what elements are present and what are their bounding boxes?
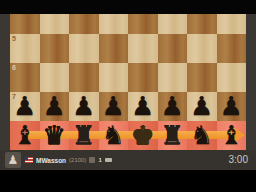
square-e4[interactable]	[99, 14, 129, 34]
black-pawn-piece[interactable]: ♟	[99, 92, 129, 121]
black-pawn-piece[interactable]: ♟	[187, 92, 217, 121]
player-bar: ♟ MWasson (2100) 1 3:00	[0, 150, 256, 170]
black-pawn-piece[interactable]: ♟	[69, 92, 99, 121]
flag-icon	[25, 157, 33, 163]
square-h6[interactable]: 6	[10, 63, 40, 92]
square-f6[interactable]	[69, 63, 99, 92]
square-c8[interactable]: ♜	[158, 121, 188, 150]
badge-count: 1	[98, 157, 101, 163]
square-f4[interactable]	[69, 14, 99, 34]
player-name[interactable]: MWasson	[36, 157, 66, 164]
video-frame: 567♟♟♟♟♟♟♟♟♝♛♜♞♚♜♞♝ ♟ MWasson (2100) 1 3…	[0, 0, 256, 192]
black-pawn-piece[interactable]: ♟	[40, 92, 70, 121]
square-a5[interactable]	[217, 34, 247, 63]
black-bishop-piece[interactable]: ♝	[217, 121, 247, 150]
square-e8[interactable]: ♞	[99, 121, 129, 150]
black-bishop-piece[interactable]: ♝	[10, 121, 40, 150]
square-e6[interactable]	[99, 63, 129, 92]
square-b8[interactable]: ♞	[187, 121, 217, 150]
square-h8[interactable]: ♝	[10, 121, 40, 150]
queen-piece[interactable]: ♛	[40, 121, 70, 150]
square-b5[interactable]	[187, 34, 217, 63]
square-d8[interactable]: ♚	[128, 121, 158, 150]
square-h7[interactable]: 7♟	[10, 92, 40, 121]
rook-piece[interactable]: ♜	[69, 121, 99, 150]
square-b6[interactable]	[187, 63, 217, 92]
board[interactable]: 567♟♟♟♟♟♟♟♟♝♛♜♞♚♜♞♝	[10, 14, 246, 150]
player-rating: (2100)	[69, 157, 86, 163]
square-g8[interactable]: ♛	[40, 121, 70, 150]
player-clock: 3:00	[229, 154, 248, 165]
square-c4[interactable]	[158, 14, 188, 34]
square-h4[interactable]	[10, 14, 40, 34]
square-g5[interactable]	[40, 34, 70, 63]
square-a7[interactable]: ♟	[217, 92, 247, 121]
square-d6[interactable]	[128, 63, 158, 92]
square-b7[interactable]: ♟	[187, 92, 217, 121]
bottom-letterbox	[0, 170, 256, 192]
top-letterbox	[0, 0, 256, 14]
square-e5[interactable]	[99, 34, 129, 63]
square-c6[interactable]	[158, 63, 188, 92]
rank-label-5: 5	[12, 35, 16, 42]
rank-label-7: 7	[12, 93, 16, 100]
badge-bar-icon	[105, 158, 112, 162]
king-piece[interactable]: ♚	[128, 121, 158, 150]
square-g6[interactable]	[40, 63, 70, 92]
badge-shield-icon	[89, 157, 95, 163]
square-f7[interactable]: ♟	[69, 92, 99, 121]
black-knight-piece[interactable]: ♞	[187, 121, 217, 150]
square-e7[interactable]: ♟	[99, 92, 129, 121]
square-a8[interactable]: ♝	[217, 121, 247, 150]
square-b4[interactable]	[187, 14, 217, 34]
square-d4[interactable]	[128, 14, 158, 34]
rank-label-6: 6	[12, 64, 16, 71]
black-pawn-piece[interactable]: ♟	[128, 92, 158, 121]
square-d5[interactable]	[128, 34, 158, 63]
square-c5[interactable]	[158, 34, 188, 63]
pawn-avatar-icon: ♟	[8, 152, 19, 168]
avatar[interactable]: ♟	[5, 152, 21, 168]
square-h5[interactable]: 5	[10, 34, 40, 63]
square-a6[interactable]	[217, 63, 247, 92]
square-f8[interactable]: ♜	[69, 121, 99, 150]
square-c7[interactable]: ♟	[158, 92, 188, 121]
square-g7[interactable]: ♟	[40, 92, 70, 121]
square-d7[interactable]: ♟	[128, 92, 158, 121]
square-a4[interactable]	[217, 14, 247, 34]
black-pawn-piece[interactable]: ♟	[158, 92, 188, 121]
black-pawn-piece[interactable]: ♟	[217, 92, 247, 121]
rook-piece[interactable]: ♜	[158, 121, 188, 150]
black-knight-piece[interactable]: ♞	[99, 121, 129, 150]
square-g4[interactable]	[40, 14, 70, 34]
board-stage: 567♟♟♟♟♟♟♟♟♝♛♜♞♚♜♞♝	[0, 14, 256, 150]
player-info[interactable]: MWasson (2100) 1	[25, 150, 112, 170]
square-f5[interactable]	[69, 34, 99, 63]
